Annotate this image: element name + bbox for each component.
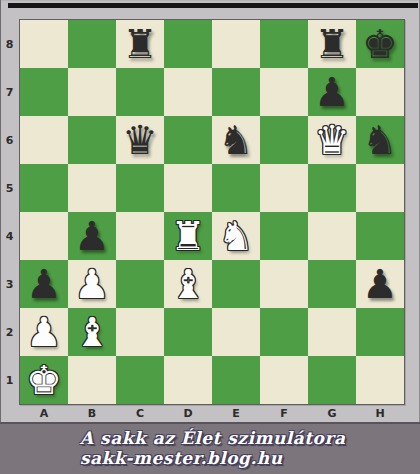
file-label-a: A [20, 406, 68, 421]
square-h6: ♞ [356, 116, 404, 164]
square-e3 [212, 260, 260, 308]
rank-labels: 87654321 [0, 20, 19, 404]
square-f6 [260, 116, 308, 164]
square-c5 [116, 164, 164, 212]
file-label-e: E [212, 406, 260, 421]
piece-black-rook: ♜ [122, 20, 158, 68]
square-f4 [260, 212, 308, 260]
square-e6: ♞ [212, 116, 260, 164]
rank-label-1: 1 [0, 356, 19, 404]
file-label-f: F [260, 406, 308, 421]
square-h5 [356, 164, 404, 212]
square-c6: ♛ [116, 116, 164, 164]
square-f8 [260, 20, 308, 68]
square-b7 [68, 68, 116, 116]
file-label-g: G [308, 406, 356, 421]
square-f1 [260, 356, 308, 404]
square-h2 [356, 308, 404, 356]
square-a4 [20, 212, 68, 260]
square-b6 [68, 116, 116, 164]
piece-white-pawn: ♟ [26, 308, 62, 356]
piece-white-rook: ♜ [170, 212, 206, 260]
square-e4: ♞ [212, 212, 260, 260]
square-e1 [212, 356, 260, 404]
square-c8: ♜ [116, 20, 164, 68]
piece-black-pawn: ♟ [26, 260, 62, 308]
file-label-b: B [68, 406, 116, 421]
square-d1 [164, 356, 212, 404]
square-a3: ♟ [20, 260, 68, 308]
piece-white-knight: ♞ [218, 212, 254, 260]
square-a6 [20, 116, 68, 164]
square-g7: ♟ [308, 68, 356, 116]
square-c4 [116, 212, 164, 260]
square-a1: ♚ [20, 356, 68, 404]
piece-white-bishop: ♝ [170, 260, 206, 308]
file-labels: ABCDEFGH [20, 406, 404, 421]
rank-label-8: 8 [0, 20, 19, 68]
piece-black-pawn: ♟ [362, 260, 398, 308]
rank-label-7: 7 [0, 68, 19, 116]
piece-white-king: ♚ [26, 356, 62, 404]
square-h7 [356, 68, 404, 116]
top-bar [8, 3, 418, 8]
piece-black-knight: ♞ [218, 116, 254, 164]
square-c1 [116, 356, 164, 404]
file-label-c: C [116, 406, 164, 421]
square-d4: ♜ [164, 212, 212, 260]
square-d7 [164, 68, 212, 116]
footer: A sakk az Élet szimulátora sakk-mester.b… [0, 422, 420, 474]
square-d8 [164, 20, 212, 68]
square-e8 [212, 20, 260, 68]
square-b8 [68, 20, 116, 68]
piece-black-knight: ♞ [362, 116, 398, 164]
rank-label-2: 2 [0, 308, 19, 356]
square-d5 [164, 164, 212, 212]
square-c3 [116, 260, 164, 308]
piece-black-rook: ♜ [314, 20, 350, 68]
square-b1 [68, 356, 116, 404]
square-h8: ♚ [356, 20, 404, 68]
square-h4 [356, 212, 404, 260]
square-h3: ♟ [356, 260, 404, 308]
square-b4: ♟ [68, 212, 116, 260]
square-g1 [308, 356, 356, 404]
square-c7 [116, 68, 164, 116]
square-a7 [20, 68, 68, 116]
square-f7 [260, 68, 308, 116]
square-d6 [164, 116, 212, 164]
square-g8: ♜ [308, 20, 356, 68]
file-label-h: H [356, 406, 404, 421]
square-c2 [116, 308, 164, 356]
square-f2 [260, 308, 308, 356]
square-e2 [212, 308, 260, 356]
square-d2 [164, 308, 212, 356]
square-e5 [212, 164, 260, 212]
square-b5 [68, 164, 116, 212]
square-g2 [308, 308, 356, 356]
piece-black-pawn: ♟ [314, 68, 350, 116]
board: ♜♜♚♟♛♞♛♞♟♜♞♟♟♝♟♟♝♚ [19, 19, 405, 405]
piece-black-pawn: ♟ [74, 212, 110, 260]
square-h1 [356, 356, 404, 404]
square-a2: ♟ [20, 308, 68, 356]
square-g4 [308, 212, 356, 260]
piece-black-king: ♚ [362, 20, 398, 68]
footer-caption: A sakk az Élet szimulátora [80, 428, 420, 448]
piece-black-queen: ♛ [122, 116, 158, 164]
square-d3: ♝ [164, 260, 212, 308]
square-a8 [20, 20, 68, 68]
piece-white-pawn: ♟ [74, 260, 110, 308]
rank-label-5: 5 [0, 164, 19, 212]
file-label-d: D [164, 406, 212, 421]
rank-label-4: 4 [0, 212, 19, 260]
rank-label-3: 3 [0, 260, 19, 308]
piece-white-bishop: ♝ [74, 308, 110, 356]
square-g5 [308, 164, 356, 212]
square-b2: ♝ [68, 308, 116, 356]
square-a5 [20, 164, 68, 212]
square-f5 [260, 164, 308, 212]
square-e7 [212, 68, 260, 116]
piece-white-queen: ♛ [314, 116, 350, 164]
square-g6: ♛ [308, 116, 356, 164]
square-g3 [308, 260, 356, 308]
chess-diagram: 87654321 ♜♜♚♟♛♞♛♞♟♜♞♟♟♝♟♟♝♚ ABCDEFGH A s… [0, 0, 420, 474]
square-b3: ♟ [68, 260, 116, 308]
rank-label-6: 6 [0, 116, 19, 164]
square-f3 [260, 260, 308, 308]
footer-url: sakk-mester.blog.hu [80, 448, 420, 468]
